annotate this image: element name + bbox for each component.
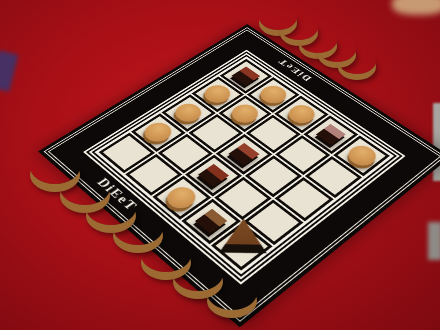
piece-a5-dark-cube[interactable]: [232, 67, 260, 86]
piece-a3-light-disc[interactable]: [170, 100, 206, 125]
piece-c2-dark-cube[interactable]: [198, 164, 229, 187]
gray-object-bottom-right: [428, 222, 440, 260]
piece-b4-light-disc[interactable]: [227, 101, 264, 126]
piece-c3-dark-cube[interactable]: [229, 143, 259, 165]
label-band: DiEeT DiEeT: [48, 30, 440, 318]
border-stripe-outer: [83, 50, 405, 285]
purple-object-edge: [0, 50, 18, 92]
piece-d1-dark-cube[interactable]: [195, 209, 227, 234]
piece-c1-light-disc[interactable]: [162, 183, 202, 213]
piece-d5-dark-cube[interactable]: [316, 124, 346, 145]
border-stripe-inner: [89, 53, 400, 279]
reserve-disc-bottom_left-7[interactable]: [207, 276, 257, 310]
piece-b5-light-disc[interactable]: [255, 83, 291, 107]
table-scene: DiEeT DiEeT: [0, 0, 440, 330]
piece-a2-light-disc[interactable]: [140, 119, 177, 145]
piece-a4-light-disc[interactable]: [200, 82, 236, 106]
hand-blur: [392, 0, 440, 15]
piece-e5-light-disc[interactable]: [343, 142, 381, 169]
piece-c5-light-disc[interactable]: [283, 102, 320, 127]
reserve-disc-top_right-5[interactable]: [338, 48, 376, 74]
